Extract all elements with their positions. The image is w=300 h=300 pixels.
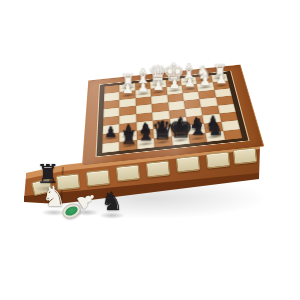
- chess-set-photo: ♜♝♛♚♝♞♜♟♟♟♟♟♟♟♟♟♟♟♟♟♟♜♝♛♚♝♞ ♜♞♟♞: [0, 0, 300, 300]
- black-knight-glyph: ♞: [82, 189, 142, 214]
- black-rook-glyph: ♜: [96, 128, 160, 146]
- chess-board: ♜♝♛♚♝♞♜♟♟♟♟♟♟♟♟♟♟♟♟♟♟♜♝♛♚♝♞: [83, 65, 263, 165]
- board-scene: ♜♝♛♚♝♞♜♟♟♟♟♟♟♟♟♟♟♟♟♟♟♜♝♛♚♝♞: [78, 20, 259, 201]
- black-knight-glyph: ♞: [183, 118, 247, 137]
